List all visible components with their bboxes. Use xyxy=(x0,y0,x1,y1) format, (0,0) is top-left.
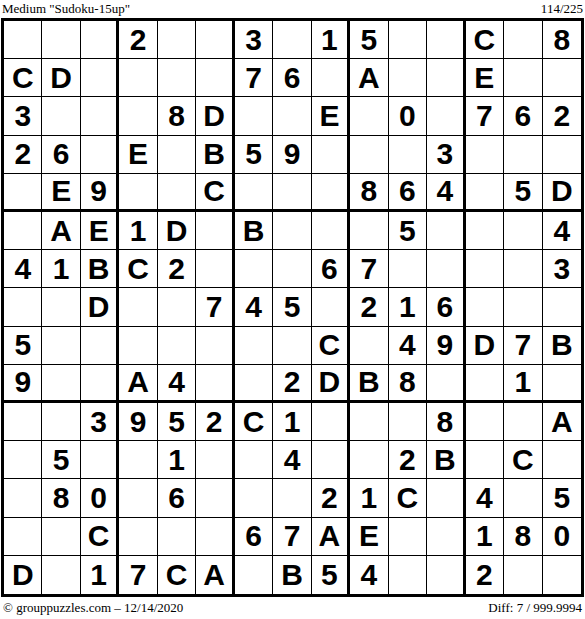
cell-r10c9-given: D xyxy=(312,365,350,403)
cell-r13c15-given: 5 xyxy=(543,479,581,517)
cell-r5c14-given: 5 xyxy=(504,174,542,212)
cell-r5c8-empty xyxy=(273,174,311,212)
cell-r3c7-empty xyxy=(235,97,273,135)
cell-r13c6-empty xyxy=(196,479,234,517)
cell-r12c6-empty xyxy=(196,441,234,479)
cell-r7c9-given: 6 xyxy=(312,250,350,288)
cell-r4c5-empty xyxy=(158,136,196,174)
cell-r5c2-given: E xyxy=(42,174,80,212)
cell-r12c4-empty xyxy=(119,441,157,479)
cell-r3c15-given: 2 xyxy=(543,97,581,135)
cell-r11c7-given: C xyxy=(235,403,273,441)
cell-r14c5-empty xyxy=(158,518,196,556)
cell-r3c6-given: D xyxy=(196,97,234,135)
cell-r14c15-given: 0 xyxy=(543,518,581,556)
cell-r5c15-given: D xyxy=(543,174,581,212)
cell-r9c3-empty xyxy=(81,327,119,365)
cell-r6c1-empty xyxy=(4,212,42,250)
cell-r4c2-given: 6 xyxy=(42,136,80,174)
cell-r6c12-empty xyxy=(427,212,465,250)
cell-r11c14-empty xyxy=(504,403,542,441)
cell-r11c10-empty xyxy=(350,403,388,441)
cell-r15c10-given: 4 xyxy=(350,556,388,594)
cell-r10c5-given: 4 xyxy=(158,365,196,403)
cell-r12c10-empty xyxy=(350,441,388,479)
cell-r8c12-given: 6 xyxy=(427,288,465,326)
difficulty-text: Diff: 7 / 999.9994 xyxy=(488,601,582,615)
cell-r10c15-empty xyxy=(543,365,581,403)
cell-r14c1-empty xyxy=(4,518,42,556)
cell-r7c12-empty xyxy=(427,250,465,288)
cell-r7c15-given: 3 xyxy=(543,250,581,288)
cell-r12c3-empty xyxy=(81,441,119,479)
cell-r9c12-given: 9 xyxy=(427,327,465,365)
cell-r14c3-given: C xyxy=(81,518,119,556)
cell-r6c3-given: E xyxy=(81,212,119,250)
cell-r7c14-empty xyxy=(504,250,542,288)
cell-r2c11-empty xyxy=(389,59,427,97)
cell-r10c4-given: A xyxy=(119,365,157,403)
cell-r13c4-empty xyxy=(119,479,157,517)
cell-r9c1-given: 5 xyxy=(4,327,42,365)
cell-r10c11-given: 8 xyxy=(389,365,427,403)
cell-r8c5-empty xyxy=(158,288,196,326)
cell-r3c10-empty xyxy=(350,97,388,135)
cell-r4c13-empty xyxy=(466,136,504,174)
cell-r11c3-given: 3 xyxy=(81,403,119,441)
cell-r4c10-empty xyxy=(350,136,388,174)
cell-r9c8-empty xyxy=(273,327,311,365)
cell-r5c1-empty xyxy=(4,174,42,212)
cell-r9c5-empty xyxy=(158,327,196,365)
cell-r2c13-given: E xyxy=(466,59,504,97)
cell-r6c9-empty xyxy=(312,212,350,250)
cell-r9c14-given: 7 xyxy=(504,327,542,365)
cell-r8c9-empty xyxy=(312,288,350,326)
cell-r1c8-empty xyxy=(273,21,311,59)
cell-r1c5-empty xyxy=(158,21,196,59)
cell-r11c13-empty xyxy=(466,403,504,441)
cell-r6c13-empty xyxy=(466,212,504,250)
cell-r1c14-empty xyxy=(504,21,542,59)
cell-r12c11-given: 2 xyxy=(389,441,427,479)
cell-r12c14-given: C xyxy=(504,441,542,479)
cell-r9c6-empty xyxy=(196,327,234,365)
cell-r5c11-given: 6 xyxy=(389,174,427,212)
cell-r6c8-empty xyxy=(273,212,311,250)
cell-r13c3-given: 0 xyxy=(81,479,119,517)
cell-r4c8-given: 9 xyxy=(273,136,311,174)
cell-r8c10-given: 2 xyxy=(350,288,388,326)
cell-r9c2-empty xyxy=(42,327,80,365)
cell-r8c15-empty xyxy=(543,288,581,326)
cell-r10c2-empty xyxy=(42,365,80,403)
cell-r1c10-given: 5 xyxy=(350,21,388,59)
cell-r8c11-given: 1 xyxy=(389,288,427,326)
cell-r12c12-given: B xyxy=(427,441,465,479)
cell-r15c7-empty xyxy=(235,556,273,594)
cell-r3c8-empty xyxy=(273,97,311,135)
cell-r10c14-given: 1 xyxy=(504,365,542,403)
cell-r10c3-empty xyxy=(81,365,119,403)
cell-r6c7-given: B xyxy=(235,212,273,250)
cell-r14c9-given: A xyxy=(312,518,350,556)
cell-r2c7-given: 7 xyxy=(235,59,273,97)
cell-r9c11-given: 4 xyxy=(389,327,427,365)
cell-r11c6-given: 2 xyxy=(196,403,234,441)
cell-r12c1-empty xyxy=(4,441,42,479)
cell-r11c11-empty xyxy=(389,403,427,441)
cell-r8c13-empty xyxy=(466,288,504,326)
cell-r11c5-given: 5 xyxy=(158,403,196,441)
cell-r8c6-given: 7 xyxy=(196,288,234,326)
cell-r14c14-given: 8 xyxy=(504,518,542,556)
cell-r3c5-given: 8 xyxy=(158,97,196,135)
cell-r11c15-given: A xyxy=(543,403,581,441)
cell-r2c4-empty xyxy=(119,59,157,97)
cell-r1c6-empty xyxy=(196,21,234,59)
cell-r9c10-empty xyxy=(350,327,388,365)
cell-r4c14-empty xyxy=(504,136,542,174)
cell-r1c7-given: 3 xyxy=(235,21,273,59)
cell-r13c10-given: 1 xyxy=(350,479,388,517)
cell-r4c7-given: 5 xyxy=(235,136,273,174)
cell-r2c5-empty xyxy=(158,59,196,97)
cell-r13c7-empty xyxy=(235,479,273,517)
cell-r1c2-empty xyxy=(42,21,80,59)
cell-r4c12-given: 3 xyxy=(427,136,465,174)
cell-r2c10-given: A xyxy=(350,59,388,97)
cell-r3c12-empty xyxy=(427,97,465,135)
cell-r8c8-given: 5 xyxy=(273,288,311,326)
cell-r3c11-given: 0 xyxy=(389,97,427,135)
cell-r12c15-empty xyxy=(543,441,581,479)
cell-r1c1-empty xyxy=(4,21,42,59)
cell-r8c3-given: D xyxy=(81,288,119,326)
cell-r2c6-empty xyxy=(196,59,234,97)
cell-r14c11-empty xyxy=(389,518,427,556)
cell-r10c6-empty xyxy=(196,365,234,403)
cell-r13c1-empty xyxy=(4,479,42,517)
cell-r7c8-empty xyxy=(273,250,311,288)
cell-r8c14-empty xyxy=(504,288,542,326)
cell-r4c9-empty xyxy=(312,136,350,174)
cell-r9c9-given: C xyxy=(312,327,350,365)
cell-r5c12-given: 4 xyxy=(427,174,465,212)
cell-r7c13-empty xyxy=(466,250,504,288)
cell-r6c5-given: D xyxy=(158,212,196,250)
cell-r7c2-given: 1 xyxy=(42,250,80,288)
cell-r4c6-given: B xyxy=(196,136,234,174)
puzzle-page: Medium "Sudoku-15up" 114/225 2315C8CD76A… xyxy=(0,0,585,619)
cell-r15c1-given: D xyxy=(4,556,42,594)
cell-r15c2-empty xyxy=(42,556,80,594)
page-footer: © grouppuzzles.com – 12/14/2020 Diff: 7 … xyxy=(0,597,585,616)
cell-r15c12-empty xyxy=(427,556,465,594)
cell-r15c4-given: 7 xyxy=(119,556,157,594)
cell-r11c9-empty xyxy=(312,403,350,441)
cell-r10c10-given: B xyxy=(350,365,388,403)
cell-r7c10-given: 7 xyxy=(350,250,388,288)
cell-r13c2-given: 8 xyxy=(42,479,80,517)
cell-r1c12-empty xyxy=(427,21,465,59)
cell-r7c7-empty xyxy=(235,250,273,288)
cell-r11c12-given: 8 xyxy=(427,403,465,441)
puzzle-title: Medium "Sudoku-15up" xyxy=(2,2,130,16)
cell-r2c3-empty xyxy=(81,59,119,97)
cell-r11c1-empty xyxy=(4,403,42,441)
cell-r1c3-empty xyxy=(81,21,119,59)
cell-r1c11-empty xyxy=(389,21,427,59)
cell-r15c3-given: 1 xyxy=(81,556,119,594)
page-header: Medium "Sudoku-15up" 114/225 xyxy=(0,0,585,18)
cell-r14c4-empty xyxy=(119,518,157,556)
sudoku-grid: 2315C8CD76AE38DE076226EB593E9C8645DAE1DB… xyxy=(1,18,584,597)
cell-r2c1-given: C xyxy=(4,59,42,97)
cell-r7c4-given: C xyxy=(119,250,157,288)
cell-r4c11-empty xyxy=(389,136,427,174)
cell-r9c7-empty xyxy=(235,327,273,365)
cell-r10c7-empty xyxy=(235,365,273,403)
cell-r3c9-given: E xyxy=(312,97,350,135)
cell-r8c2-empty xyxy=(42,288,80,326)
cell-r11c8-given: 1 xyxy=(273,403,311,441)
cell-r2c12-empty xyxy=(427,59,465,97)
cell-r9c4-empty xyxy=(119,327,157,365)
cell-r5c13-empty xyxy=(466,174,504,212)
cell-r12c5-given: 1 xyxy=(158,441,196,479)
cell-r9c13-given: D xyxy=(466,327,504,365)
cell-r8c7-given: 4 xyxy=(235,288,273,326)
cell-r10c8-given: 2 xyxy=(273,365,311,403)
cell-r13c13-given: 4 xyxy=(466,479,504,517)
cell-r6c15-given: 4 xyxy=(543,212,581,250)
cell-r14c8-given: 7 xyxy=(273,518,311,556)
cell-r12c8-given: 4 xyxy=(273,441,311,479)
cell-r15c13-given: 2 xyxy=(466,556,504,594)
cell-r12c2-given: 5 xyxy=(42,441,80,479)
cell-r4c1-given: 2 xyxy=(4,136,42,174)
cell-r5c4-empty xyxy=(119,174,157,212)
cell-r14c6-empty xyxy=(196,518,234,556)
cell-r6c2-given: A xyxy=(42,212,80,250)
cell-r2c14-empty xyxy=(504,59,542,97)
cell-r14c12-empty xyxy=(427,518,465,556)
cell-r4c3-empty xyxy=(81,136,119,174)
cell-r8c1-empty xyxy=(4,288,42,326)
cell-r5c10-given: 8 xyxy=(350,174,388,212)
cell-r3c13-given: 7 xyxy=(466,97,504,135)
cell-r1c9-given: 1 xyxy=(312,21,350,59)
cell-r2c15-empty xyxy=(543,59,581,97)
cell-r11c4-given: 9 xyxy=(119,403,157,441)
cell-r4c15-empty xyxy=(543,136,581,174)
cell-r5c9-empty xyxy=(312,174,350,212)
cell-r15c6-given: A xyxy=(196,556,234,594)
cell-r1c13-given: C xyxy=(466,21,504,59)
cell-r3c14-given: 6 xyxy=(504,97,542,135)
cell-r1c4-given: 2 xyxy=(119,21,157,59)
copyright-text: © grouppuzzles.com – 12/14/2020 xyxy=(3,601,183,615)
cell-r10c12-empty xyxy=(427,365,465,403)
cell-r3c3-empty xyxy=(81,97,119,135)
cell-r5c5-empty xyxy=(158,174,196,212)
cell-r6c4-given: 1 xyxy=(119,212,157,250)
cell-r7c6-empty xyxy=(196,250,234,288)
cell-r5c7-empty xyxy=(235,174,273,212)
cell-r6c11-given: 5 xyxy=(389,212,427,250)
cell-r6c10-empty xyxy=(350,212,388,250)
cell-r15c14-empty xyxy=(504,556,542,594)
cell-r13c11-given: C xyxy=(389,479,427,517)
cell-r12c7-empty xyxy=(235,441,273,479)
cell-r1c15-given: 8 xyxy=(543,21,581,59)
cell-r10c1-given: 9 xyxy=(4,365,42,403)
cell-r7c1-given: 4 xyxy=(4,250,42,288)
cell-r10c13-empty xyxy=(466,365,504,403)
cell-r13c9-given: 2 xyxy=(312,479,350,517)
cell-r2c8-given: 6 xyxy=(273,59,311,97)
cell-r15c15-empty xyxy=(543,556,581,594)
cell-r5c6-given: C xyxy=(196,174,234,212)
cell-r7c3-given: B xyxy=(81,250,119,288)
cell-r14c7-given: 6 xyxy=(235,518,273,556)
cell-r3c2-empty xyxy=(42,97,80,135)
cell-r15c11-empty xyxy=(389,556,427,594)
cell-r14c10-given: E xyxy=(350,518,388,556)
cell-r5c3-given: 9 xyxy=(81,174,119,212)
cell-r13c12-empty xyxy=(427,479,465,517)
cell-r15c8-given: B xyxy=(273,556,311,594)
cell-r3c1-given: 3 xyxy=(4,97,42,135)
cell-r13c5-given: 6 xyxy=(158,479,196,517)
cell-r9c15-given: B xyxy=(543,327,581,365)
cell-r14c2-empty xyxy=(42,518,80,556)
cell-r6c14-empty xyxy=(504,212,542,250)
cell-r7c11-empty xyxy=(389,250,427,288)
cell-r2c2-given: D xyxy=(42,59,80,97)
cell-r3c4-empty xyxy=(119,97,157,135)
cell-r12c9-empty xyxy=(312,441,350,479)
puzzle-number: 114/225 xyxy=(541,2,583,16)
cell-r13c8-empty xyxy=(273,479,311,517)
cell-r8c4-empty xyxy=(119,288,157,326)
cell-r15c5-given: C xyxy=(158,556,196,594)
cell-r6c6-empty xyxy=(196,212,234,250)
cell-r2c9-empty xyxy=(312,59,350,97)
cell-r15c9-given: 5 xyxy=(312,556,350,594)
cell-r12c13-empty xyxy=(466,441,504,479)
cell-r14c13-given: 1 xyxy=(466,518,504,556)
cell-r13c14-empty xyxy=(504,479,542,517)
cell-r11c2-empty xyxy=(42,403,80,441)
cell-r4c4-given: E xyxy=(119,136,157,174)
cell-r7c5-given: 2 xyxy=(158,250,196,288)
